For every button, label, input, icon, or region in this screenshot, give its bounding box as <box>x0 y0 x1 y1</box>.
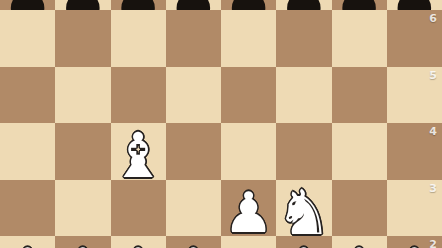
square-a3[interactable] <box>0 180 55 237</box>
square-c6[interactable] <box>111 10 166 67</box>
white-pawn[interactable]: ♟ <box>276 241 331 248</box>
square-d3[interactable] <box>166 180 221 237</box>
rank-label-2: 2 <box>429 238 437 248</box>
square-d2[interactable]: ♟ <box>166 236 221 248</box>
square-f5[interactable] <box>276 67 331 124</box>
white-knight[interactable]: ♞ <box>276 185 331 242</box>
square-g4[interactable] <box>332 123 387 180</box>
square-d7[interactable]: ♟ <box>166 0 221 10</box>
square-g6[interactable] <box>332 10 387 67</box>
square-c5[interactable] <box>111 67 166 124</box>
square-e4[interactable] <box>221 123 276 180</box>
square-h4[interactable]: 4 <box>387 123 442 180</box>
square-g5[interactable] <box>332 67 387 124</box>
square-b3[interactable] <box>55 180 110 237</box>
square-h3[interactable]: 3 <box>387 180 442 237</box>
square-e3[interactable]: ♟ <box>221 180 276 237</box>
rank-label-6: 6 <box>429 12 437 25</box>
white-bishop[interactable]: ♝ <box>111 128 166 185</box>
square-f4[interactable] <box>276 123 331 180</box>
square-b6[interactable] <box>55 10 110 67</box>
white-pawn[interactable]: ♟ <box>332 241 387 248</box>
square-a7[interactable]: ♟ <box>0 0 55 10</box>
square-d4[interactable] <box>166 123 221 180</box>
square-a2[interactable]: ♟ <box>0 236 55 248</box>
square-d5[interactable] <box>166 67 221 124</box>
square-f3[interactable]: ♞ <box>276 180 331 237</box>
square-f6[interactable] <box>276 10 331 67</box>
square-b4[interactable] <box>55 123 110 180</box>
square-b5[interactable] <box>55 67 110 124</box>
chess-board-viewport: ♟♟♟♟♟♟♟♟65♝4♟♞3♟♟♟♟♟♟♟2 <box>0 0 442 248</box>
square-b7[interactable]: ♟ <box>55 0 110 10</box>
square-c7[interactable]: ♟ <box>111 0 166 10</box>
chess-board: ♟♟♟♟♟♟♟♟65♝4♟♞3♟♟♟♟♟♟♟2 <box>0 0 442 248</box>
white-pawn[interactable]: ♟ <box>111 241 166 248</box>
square-g2[interactable]: ♟ <box>332 236 387 248</box>
square-a5[interactable] <box>0 67 55 124</box>
square-e2[interactable] <box>221 236 276 248</box>
square-c4[interactable]: ♝ <box>111 123 166 180</box>
square-d6[interactable] <box>166 10 221 67</box>
square-g3[interactable] <box>332 180 387 237</box>
square-f2[interactable]: ♟ <box>276 236 331 248</box>
square-e5[interactable] <box>221 67 276 124</box>
white-pawn[interactable]: ♟ <box>0 241 55 248</box>
white-pawn[interactable]: ♟ <box>55 241 110 248</box>
square-a6[interactable] <box>0 10 55 67</box>
square-a4[interactable] <box>0 123 55 180</box>
square-g7[interactable]: ♟ <box>332 0 387 10</box>
square-h2[interactable]: ♟2 <box>387 236 442 248</box>
square-h7[interactable]: ♟ <box>387 0 442 10</box>
square-e6[interactable] <box>221 10 276 67</box>
square-c2[interactable]: ♟ <box>111 236 166 248</box>
rank-label-5: 5 <box>429 69 437 82</box>
square-e7[interactable]: ♟ <box>221 0 276 10</box>
square-h6[interactable]: 6 <box>387 10 442 67</box>
square-h5[interactable]: 5 <box>387 67 442 124</box>
white-pawn[interactable]: ♟ <box>221 185 276 242</box>
square-b2[interactable]: ♟ <box>55 236 110 248</box>
rank-label-3: 3 <box>429 182 437 195</box>
square-f7[interactable]: ♟ <box>276 0 331 10</box>
square-c3[interactable] <box>111 180 166 237</box>
rank-label-4: 4 <box>429 125 437 138</box>
white-pawn[interactable]: ♟ <box>166 241 221 248</box>
